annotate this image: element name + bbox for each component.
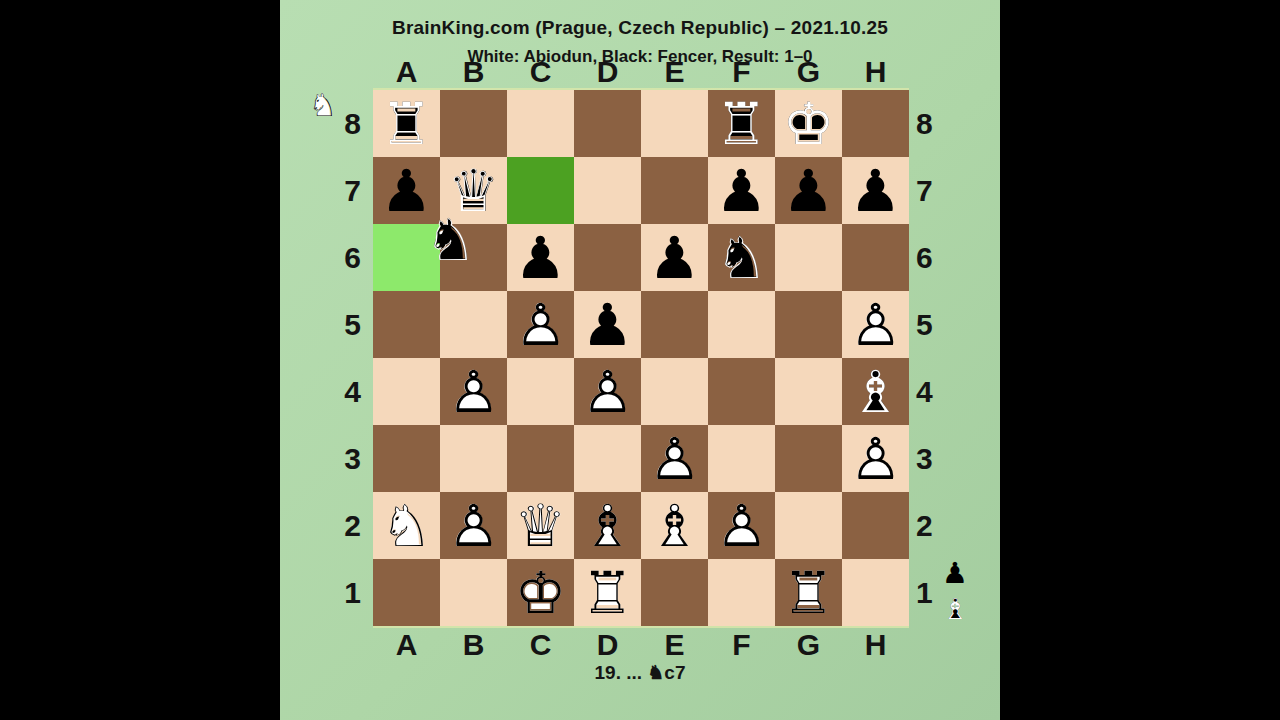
rank-label-left-3: 3 (320, 425, 366, 492)
black-bishop-outline-icon: ♗ (942, 595, 968, 624)
square-a5 (373, 291, 440, 358)
chess-board (373, 90, 909, 626)
rank-label-right-8: 8 (912, 90, 958, 157)
file-label-top-g: G (775, 55, 842, 89)
square-h5 (842, 291, 909, 358)
square-f8 (708, 90, 775, 157)
rank-label-right-5: 5 (912, 291, 958, 358)
file-label-bottom-b: B (440, 628, 507, 662)
square-g8 (775, 90, 842, 157)
file-label-top-c: C (507, 55, 574, 89)
square-c8 (507, 90, 574, 157)
rank-label-left-2: 2 (320, 492, 366, 559)
square-d8 (574, 90, 641, 157)
rank-label-left-7: 7 (320, 157, 366, 224)
captured-white-knight: ♞♘ (306, 88, 340, 122)
square-f3 (708, 425, 775, 492)
white-knight-outline-icon: ♘ (309, 89, 338, 121)
file-label-bottom-e: E (641, 628, 708, 662)
rank-label-left-5: 5 (320, 291, 366, 358)
square-e3 (641, 425, 708, 492)
file-label-bottom-h: H (842, 628, 909, 662)
square-c7 (507, 157, 574, 224)
file-labels-bottom: ABCDEFGH (373, 628, 909, 660)
file-label-bottom-a: A (373, 628, 440, 662)
square-b4 (440, 358, 507, 425)
square-e2 (641, 492, 708, 559)
square-f1 (708, 559, 775, 626)
square-h4 (842, 358, 909, 425)
square-b5 (440, 291, 507, 358)
file-label-top-a: A (373, 55, 440, 89)
square-d6 (574, 224, 641, 291)
square-g5 (775, 291, 842, 358)
square-a8 (373, 90, 440, 157)
square-a2 (373, 492, 440, 559)
file-label-top-f: F (708, 55, 775, 89)
captured-white-pieces-tray: ♞♘ (306, 88, 340, 122)
rank-label-left-4: 4 (320, 358, 366, 425)
square-a1 (373, 559, 440, 626)
square-d5 (574, 291, 641, 358)
rank-label-left-6: 6 (320, 224, 366, 291)
square-e4 (641, 358, 708, 425)
file-label-bottom-d: D (574, 628, 641, 662)
square-c2 (507, 492, 574, 559)
file-label-bottom-c: C (507, 628, 574, 662)
square-g1 (775, 559, 842, 626)
square-e8 (641, 90, 708, 157)
file-label-top-b: B (440, 55, 507, 89)
left-letterbox-bar (0, 0, 280, 720)
square-b3 (440, 425, 507, 492)
file-label-top-d: D (574, 55, 641, 89)
game-area: BrainKing.com (Prague, Czech Republic) –… (280, 0, 1000, 720)
file-label-top-h: H (842, 55, 909, 89)
page-title: BrainKing.com (Prague, Czech Republic) –… (280, 17, 1000, 39)
file-label-top-e: E (641, 55, 708, 89)
rank-label-right-7: 7 (912, 157, 958, 224)
rank-labels-right: 87654321 (912, 90, 958, 626)
square-d1 (574, 559, 641, 626)
rank-label-right-4: 4 (912, 358, 958, 425)
square-g2 (775, 492, 842, 559)
video-frame: BrainKing.com (Prague, Czech Republic) –… (0, 0, 1280, 720)
rank-label-right-6: 6 (912, 224, 958, 291)
square-c5 (507, 291, 574, 358)
square-b7 (440, 157, 507, 224)
square-h7 (842, 157, 909, 224)
square-d7 (574, 157, 641, 224)
square-c3 (507, 425, 574, 492)
square-a3 (373, 425, 440, 492)
square-f7 (708, 157, 775, 224)
square-g6 (775, 224, 842, 291)
square-g4 (775, 358, 842, 425)
square-f5 (708, 291, 775, 358)
square-b6 (440, 224, 507, 291)
square-c4 (507, 358, 574, 425)
square-c6 (507, 224, 574, 291)
square-e6 (641, 224, 708, 291)
square-a7 (373, 157, 440, 224)
square-f4 (708, 358, 775, 425)
file-labels-top: ABCDEFGH (373, 55, 909, 87)
square-e5 (641, 291, 708, 358)
square-d3 (574, 425, 641, 492)
right-letterbox-bar (1000, 0, 1280, 720)
square-d2 (574, 492, 641, 559)
black-pawn-icon: ♟ (942, 559, 968, 588)
square-e1 (641, 559, 708, 626)
rank-label-left-1: 1 (320, 559, 366, 626)
square-h6 (842, 224, 909, 291)
square-h3 (842, 425, 909, 492)
square-a6 (373, 224, 440, 291)
square-f2 (708, 492, 775, 559)
square-h1 (842, 559, 909, 626)
square-a4 (373, 358, 440, 425)
captured-black-pieces-tray: ♟♝♗ (938, 556, 972, 626)
rank-label-right-3: 3 (912, 425, 958, 492)
square-c1 (507, 559, 574, 626)
file-label-bottom-f: F (708, 628, 775, 662)
square-b1 (440, 559, 507, 626)
rank-labels-left: 87654321 (320, 90, 366, 626)
square-g7 (775, 157, 842, 224)
square-f6 (708, 224, 775, 291)
square-h8 (842, 90, 909, 157)
captured-black-bishop: ♝♗ (938, 592, 972, 626)
square-h2 (842, 492, 909, 559)
captured-black-pawn: ♟ (938, 556, 972, 590)
square-d4 (574, 358, 641, 425)
square-e7 (641, 157, 708, 224)
square-b8 (440, 90, 507, 157)
square-g3 (775, 425, 842, 492)
file-label-bottom-g: G (775, 628, 842, 662)
move-label: 19. ... ♞c7 (280, 661, 1000, 684)
rank-label-right-2: 2 (912, 492, 958, 559)
square-b2 (440, 492, 507, 559)
